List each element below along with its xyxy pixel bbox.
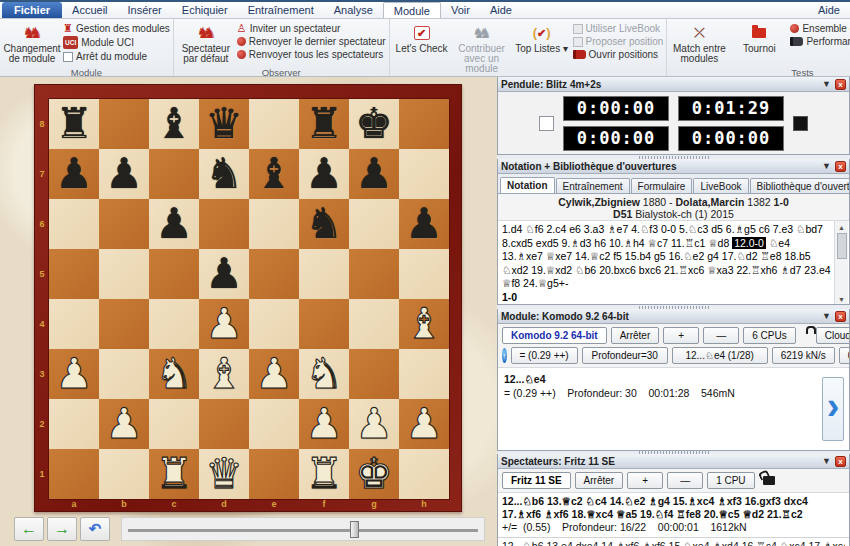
spectator-engine-name-button[interactable]: Fritz 11 SE bbox=[502, 472, 571, 489]
engine-panel-title: Module: Komodo 9.2 64-bit bbox=[501, 311, 629, 322]
black-rook-piece: ♜ bbox=[299, 99, 349, 149]
white-knight-piece: ♞ bbox=[149, 349, 199, 399]
lock-open-icon[interactable] bbox=[763, 476, 775, 485]
square-f1[interactable]: ♜ bbox=[299, 449, 349, 499]
white-rook-piece: ♜ bbox=[299, 449, 349, 499]
engine-name-button[interactable]: Komodo 9.2 64-bit bbox=[502, 327, 607, 344]
notation-panel-titlebar: Notation + Bibliothèque d'ouvertures ▼ x bbox=[498, 159, 849, 174]
notation-tabs: Notation Entraînement Formulaire LiveBoo… bbox=[498, 174, 849, 194]
clock-white-main: 0:00:00 bbox=[563, 96, 669, 121]
engine-remove-line-button[interactable]: — bbox=[703, 327, 739, 344]
square-g5[interactable] bbox=[349, 249, 399, 299]
engine-line-info: = (0.29 ++) Profondeur: 30 00:01:28 546m… bbox=[504, 386, 815, 400]
square-g2[interactable]: ♟ bbox=[349, 399, 399, 449]
test-set-item[interactable]: Ensemble de tests bbox=[790, 23, 850, 34]
engine-eval-button[interactable]: = (0.29 ++) bbox=[511, 347, 578, 364]
spectator-panel-close-icon[interactable]: x bbox=[835, 456, 846, 467]
square-d5[interactable]: ♟ bbox=[199, 249, 249, 299]
square-a4[interactable] bbox=[49, 299, 99, 349]
white-bishop-piece: ♝ bbox=[199, 349, 249, 399]
computer-perf-item[interactable]: Performances de l'ordinateur bbox=[790, 36, 850, 47]
engine-analysis-body: 12...♘e4 = (0.29 ++) Profondeur: 30 00:0… bbox=[498, 367, 849, 450]
white-pawn-piece: ♟ bbox=[349, 399, 399, 449]
clock-panel-title: Pendule: Blitz 4m+2s bbox=[501, 79, 601, 90]
notation-panel-menu-icon[interactable]: ▼ bbox=[818, 161, 835, 171]
white-queen-piece: ♛ bbox=[199, 449, 249, 499]
engine-cpus-button[interactable]: 6 CPUs bbox=[743, 327, 795, 344]
line-divider bbox=[498, 537, 849, 538]
stop-module-checkbox[interactable] bbox=[63, 52, 73, 62]
square-a3[interactable]: ♟ bbox=[49, 349, 99, 399]
slider-track[interactable] bbox=[128, 529, 478, 532]
engine-panel: Module: Komodo 9.2 64-bit ▼ x Komodo 9.2… bbox=[497, 309, 850, 451]
contribute-hand-icon: ♞♞ bbox=[473, 23, 486, 43]
engine-match-button[interactable]: ⤫ Match entre modules bbox=[670, 21, 728, 66]
black-side-indicator bbox=[793, 116, 808, 131]
stop-module-item[interactable]: Arrêt du module bbox=[63, 51, 170, 62]
square-a6[interactable] bbox=[49, 199, 99, 249]
spectator-line-1[interactable]: 12...♘b6 13.♕c2 ♘c4 14.♘e2 ♗g4 15.♗xc4 ♗… bbox=[502, 495, 845, 520]
white-pawn-piece: ♟ bbox=[299, 399, 349, 449]
square-c3[interactable]: ♞ bbox=[149, 349, 199, 399]
spectator-add-line-button[interactable]: + bbox=[627, 472, 663, 489]
square-h7[interactable] bbox=[399, 149, 449, 199]
propose-position-icon bbox=[573, 37, 583, 47]
manage-modules-item[interactable]: ♜ Gestion des modules bbox=[63, 23, 170, 34]
dark-book-icon bbox=[790, 37, 803, 46]
square-f8[interactable]: ♜ bbox=[299, 99, 349, 149]
square-f5[interactable] bbox=[299, 249, 349, 299]
crossed-swords-icon: ⤫ bbox=[694, 23, 704, 43]
square-h5[interactable] bbox=[399, 249, 449, 299]
tab-notation[interactable]: Notation bbox=[500, 177, 555, 193]
file-label-h: h bbox=[399, 497, 449, 511]
engine-toolbar-top: Komodo 9.2 64-bit Arrêter + — 6 CPUs Clo… bbox=[498, 324, 849, 347]
board-grid: ♜♝♛♜♚♟♟♞♝♟♟♟♞♟♟♟♝♟♞♝♟♞♟♟♟♟♜♛♜♚ bbox=[49, 99, 449, 499]
engine-best-line-move[interactable]: 12...♘e4 bbox=[504, 372, 815, 386]
square-e8[interactable] bbox=[249, 99, 299, 149]
use-livebook-item[interactable]: Utiliser LiveBook bbox=[573, 23, 664, 34]
white-knight-piece: ♞ bbox=[299, 349, 349, 399]
ribbon: ♞♞ Changement de module ♜ Gestion des mo… bbox=[0, 19, 850, 77]
square-b1[interactable] bbox=[99, 449, 149, 499]
contribute-button[interactable]: ♞♞ Contribuer avec un module bbox=[453, 21, 511, 76]
square-f2[interactable]: ♟ bbox=[299, 399, 349, 449]
chessbase-window: Fichier Accueil Insérer Echiquier Entraî… bbox=[0, 0, 850, 546]
invite-spectator-item[interactable]: ♙ Inviter un spectateur bbox=[237, 23, 386, 34]
current-move-highlight[interactable]: 12.0-0 bbox=[732, 237, 766, 249]
file-label-d: d bbox=[199, 497, 249, 511]
ribbon-group-observer: ♞♞ Spectateur par défaut ♙ Inviter un sp… bbox=[174, 19, 390, 76]
engine-panel-close-icon[interactable]: x bbox=[835, 311, 846, 322]
engine-current-move-button[interactable]: 12...♘e4 (1/28) bbox=[672, 347, 768, 364]
tab-inserer[interactable]: Insérer bbox=[118, 2, 172, 18]
engine-toolbar-info: ↑ = (0.29 ++) Profondeur=30 12...♘e4 (1/… bbox=[498, 347, 849, 367]
clock-panel-close-icon[interactable]: x bbox=[835, 79, 846, 90]
chess-board: ♜♝♛♜♚♟♟♞♝♟♟♟♞♟♟♟♝♟♞♝♟♞♟♟♟♟♜♛♜♚ 87654321a… bbox=[34, 84, 462, 512]
tab-entrainement[interactable]: Entraînement bbox=[238, 2, 324, 18]
rank-label-4: 4 bbox=[35, 299, 49, 349]
square-h6[interactable]: ♟ bbox=[399, 199, 449, 249]
square-c8[interactable]: ♝ bbox=[149, 99, 199, 149]
engine-depth-button[interactable]: Profondeur=30 bbox=[582, 347, 668, 364]
square-b7[interactable]: ♟ bbox=[99, 149, 149, 199]
tab-formulaire[interactable]: Formulaire bbox=[631, 178, 693, 193]
black-bishop-piece: ♝ bbox=[149, 99, 199, 149]
spectator-pieces-icon: ♞♞ bbox=[196, 23, 209, 43]
white-pawn-piece: ♟ bbox=[249, 349, 299, 399]
square-g7[interactable]: ♟ bbox=[349, 149, 399, 199]
square-c5[interactable] bbox=[149, 249, 199, 299]
change-module-button[interactable]: ♞♞ Changement de module bbox=[3, 21, 61, 66]
square-h2[interactable]: ♟ bbox=[399, 399, 449, 449]
uci-icon: UCI bbox=[63, 36, 78, 49]
square-h8[interactable] bbox=[399, 99, 449, 149]
file-label-f: f bbox=[299, 497, 349, 511]
square-b3[interactable] bbox=[99, 349, 149, 399]
spectator-analysis-body: 12...♘b6 13.♕c2 ♘c4 14.♘e2 ♗g4 15.♗xc4 ♗… bbox=[498, 492, 849, 546]
white-rook-piece: ♜ bbox=[149, 449, 199, 499]
engine-time-button[interactable]: 0:01:29 bbox=[839, 347, 850, 364]
spectator-panel: Spectateurs: Fritz 11 SE ▼ x Fritz 11 SE… bbox=[497, 454, 850, 546]
top-lists-button[interactable]: (✔) Top Listes ▾ bbox=[513, 21, 571, 56]
square-g3[interactable] bbox=[349, 349, 399, 399]
ribbon-group-letscheck: ✔ Let's Check ♞♞ Contribuer avec un modu… bbox=[390, 19, 668, 76]
tab-analyse[interactable]: Analyse bbox=[324, 2, 383, 18]
square-b2[interactable]: ♟ bbox=[99, 399, 149, 449]
square-f6[interactable]: ♞ bbox=[299, 199, 349, 249]
open-positions-item[interactable]: Ouvrir positions bbox=[573, 49, 664, 60]
square-e4[interactable] bbox=[249, 299, 299, 349]
spectator-remove-line-button[interactable]: — bbox=[667, 472, 703, 489]
white-pawn-piece: ♟ bbox=[49, 349, 99, 399]
square-b8[interactable] bbox=[99, 99, 149, 149]
board-area: ♜♝♛♜♚♟♟♞♝♟♟♟♞♟♟♟♝♟♞♝♟♞♟♟♟♟♜♛♜♚ 87654321a… bbox=[0, 77, 497, 546]
game-result: 1-0 bbox=[502, 291, 831, 305]
move-navigation: ← → ↶ bbox=[14, 515, 485, 543]
square-h4[interactable]: ♝ bbox=[399, 299, 449, 349]
notation-panel: Notation + Bibliothèque d'ouvertures ▼ x… bbox=[497, 159, 850, 305]
tab-aide[interactable]: Aide bbox=[480, 2, 522, 18]
spectator-line-2[interactable]: 12...♘b6 13.e4 dxe4 14.♗xf6 ♗xf6 15.♘xe4… bbox=[502, 540, 845, 546]
file-label-e: e bbox=[249, 497, 299, 511]
scroll-thumb[interactable] bbox=[837, 233, 847, 259]
kick-last-icon bbox=[237, 37, 246, 46]
file-label-c: c bbox=[149, 497, 199, 511]
tab-module[interactable]: Module bbox=[383, 2, 441, 18]
red-book-icon bbox=[573, 50, 586, 59]
black-pawn-piece: ♟ bbox=[399, 199, 449, 249]
engine-panel-titlebar: Module: Komodo 9.2 64-bit ▼ x bbox=[498, 309, 849, 324]
previous-move-button[interactable]: ← bbox=[14, 517, 44, 541]
test-set-icon bbox=[790, 24, 799, 33]
refresh-arrow-icon[interactable]: ↑ bbox=[502, 348, 507, 363]
spectator-panel-titlebar: Spectateurs: Fritz 11 SE ▼ x bbox=[498, 454, 849, 469]
propose-position-item[interactable]: Proposer position bbox=[573, 36, 664, 47]
spectator-panel-title: Spectateurs: Fritz 11 SE bbox=[501, 456, 615, 467]
square-a1[interactable] bbox=[49, 449, 99, 499]
clock-panel-titlebar: Pendule: Blitz 4m+2s ▼ x bbox=[498, 77, 849, 92]
square-f3[interactable]: ♞ bbox=[299, 349, 349, 399]
white-pawn-piece: ♟ bbox=[199, 299, 249, 349]
white-pawn-piece: ♟ bbox=[99, 399, 149, 449]
rank-label-3: 3 bbox=[35, 349, 49, 399]
takeback-button[interactable]: ↶ bbox=[80, 517, 110, 541]
white-king-piece: ♚ bbox=[349, 449, 399, 499]
square-d6[interactable] bbox=[199, 199, 249, 249]
module-flag-icon: ♜ bbox=[63, 23, 73, 34]
clock-body: 0:00:00 0:00:00 0:01:29 0:00:00 bbox=[498, 92, 849, 154]
spectator-stop-button[interactable]: Arrêter bbox=[575, 472, 624, 489]
square-e6[interactable] bbox=[249, 199, 299, 249]
engine-cloud-button[interactable]: Cloud bbox=[816, 327, 850, 344]
livebook-checkbox bbox=[573, 24, 583, 34]
square-a2[interactable] bbox=[49, 399, 99, 449]
square-g1[interactable]: ♚ bbox=[349, 449, 399, 499]
black-king-piece: ♚ bbox=[349, 99, 399, 149]
file-label-g: g bbox=[349, 497, 399, 511]
square-e3[interactable]: ♟ bbox=[249, 349, 299, 399]
red-check-icon: ✔ bbox=[414, 26, 430, 40]
square-c4[interactable] bbox=[149, 299, 199, 349]
red-folder-icon bbox=[752, 28, 766, 38]
square-d2[interactable] bbox=[199, 399, 249, 449]
square-h1[interactable] bbox=[399, 449, 449, 499]
tab-fichier[interactable]: Fichier bbox=[2, 2, 62, 18]
ribbon-group-module: ♞♞ Changement de module ♜ Gestion des mo… bbox=[0, 19, 174, 76]
rank-label-2: 2 bbox=[35, 399, 49, 449]
engine-add-line-button[interactable]: + bbox=[663, 327, 699, 344]
square-a7[interactable]: ♟ bbox=[49, 149, 99, 199]
engine-speed-button[interactable]: 6219 kN/s bbox=[772, 347, 835, 364]
tab-openings-library[interactable]: Bibliothèque d'ouvertures bbox=[750, 178, 850, 193]
rank-label-8: 8 bbox=[35, 99, 49, 149]
black-pawn-piece: ♟ bbox=[99, 149, 149, 199]
square-e1[interactable] bbox=[249, 449, 299, 499]
laurel-check-icon: (✔) bbox=[533, 23, 551, 43]
clock-black-main: 0:01:29 bbox=[678, 96, 784, 121]
black-knight-piece: ♞ bbox=[299, 199, 349, 249]
white-bishop-piece: ♝ bbox=[399, 299, 449, 349]
square-d7[interactable]: ♞ bbox=[199, 149, 249, 199]
uci-module-item[interactable]: UCI Module UCI bbox=[63, 36, 170, 49]
scroll-down-icon[interactable]: ▼ bbox=[838, 293, 845, 306]
square-f4[interactable] bbox=[299, 299, 349, 349]
tab-voir[interactable]: Voir bbox=[441, 2, 480, 18]
engine-stop-button[interactable]: Arrêter bbox=[611, 327, 660, 344]
tab-training[interactable]: Entraînement bbox=[556, 178, 630, 193]
engine-panel-menu-icon[interactable]: ▼ bbox=[818, 311, 835, 321]
notation-panel-close-icon[interactable]: x bbox=[835, 161, 846, 172]
square-d4[interactable]: ♟ bbox=[199, 299, 249, 349]
square-c6[interactable]: ♟ bbox=[149, 199, 199, 249]
square-b5[interactable] bbox=[99, 249, 149, 299]
rank-label-6: 6 bbox=[35, 199, 49, 249]
default-spectator-button[interactable]: ♞♞ Spectateur par défaut bbox=[177, 21, 235, 66]
square-c1[interactable]: ♜ bbox=[149, 449, 199, 499]
expand-lines-chevron[interactable]: › bbox=[822, 377, 844, 441]
spectator-line-info: +/= (0.55) Profondeur: 16/22 00:00:01 16… bbox=[502, 520, 845, 536]
lets-check-button[interactable]: ✔ Let's Check bbox=[393, 21, 451, 56]
black-pawn-piece: ♟ bbox=[349, 149, 399, 199]
right-panel-column: Pendule: Blitz 4m+2s ▼ x 0:00:00 0:00:00… bbox=[497, 77, 850, 546]
notation-scrollbar[interactable]: ▲ ▼ bbox=[834, 221, 848, 305]
event-line: D51 Bialystok-ch (1) 2015 bbox=[498, 208, 849, 220]
tournament-button[interactable]: Tournoi bbox=[730, 21, 788, 56]
tab-echiquier[interactable]: Echiquier bbox=[172, 2, 238, 18]
rank-label-7: 7 bbox=[35, 149, 49, 199]
square-c7[interactable] bbox=[149, 149, 199, 199]
black-knight-piece: ♞ bbox=[199, 149, 249, 199]
square-g6[interactable] bbox=[349, 199, 399, 249]
black-pawn-piece: ♟ bbox=[149, 199, 199, 249]
square-d1[interactable]: ♛ bbox=[199, 449, 249, 499]
square-e7[interactable]: ♝ bbox=[249, 149, 299, 199]
kick-last-spectator-item[interactable]: Renvoyer le dernier spectateur bbox=[237, 36, 386, 47]
spectator-panel-menu-icon[interactable]: ▼ bbox=[818, 456, 835, 466]
help-menu[interactable]: Aide bbox=[808, 2, 850, 18]
next-move-button[interactable]: → bbox=[47, 517, 77, 541]
square-b4[interactable] bbox=[99, 299, 149, 349]
black-pawn-piece: ♟ bbox=[49, 149, 99, 199]
ribbon-tab-strip: Fichier Accueil Insérer Echiquier Entraî… bbox=[0, 2, 850, 19]
players-line: Cylwik,Zbigniew 1880 - Dolata,Marcin 138… bbox=[498, 196, 849, 208]
square-e2[interactable] bbox=[249, 399, 299, 449]
file-label-a: a bbox=[49, 497, 99, 511]
black-queen-piece: ♛ bbox=[199, 99, 249, 149]
clock-panel-menu-icon[interactable]: ▼ bbox=[818, 79, 835, 89]
file-label-b: b bbox=[99, 497, 149, 511]
rank-label-5: 5 bbox=[35, 249, 49, 299]
ribbon-group-tests: ⤫ Match entre modules Tournoi Ensemble d… bbox=[667, 19, 850, 76]
kick-all-spectators-item[interactable]: Renvoyer tous les spectateurs bbox=[237, 49, 386, 60]
black-rook-piece: ♜ bbox=[49, 99, 99, 149]
notation-panel-title: Notation + Bibliothèque d'ouvertures bbox=[501, 161, 676, 172]
black-pawn-piece: ♟ bbox=[299, 149, 349, 199]
clock-panel: Pendule: Blitz 4m+2s ▼ x 0:00:00 0:00:00… bbox=[497, 77, 850, 155]
rank-label-1: 1 bbox=[35, 449, 49, 499]
square-f7[interactable]: ♟ bbox=[299, 149, 349, 199]
spectator-toolbar: Fritz 11 SE Arrêter + — 1 CPU bbox=[498, 469, 849, 492]
game-header: Cylwik,Zbigniew 1880 - Dolata,Marcin 138… bbox=[498, 194, 849, 221]
white-side-checkbox[interactable] bbox=[539, 116, 554, 131]
square-a8[interactable]: ♜ bbox=[49, 99, 99, 149]
square-c2[interactable] bbox=[149, 399, 199, 449]
black-pawn-piece: ♟ bbox=[199, 249, 249, 299]
black-bishop-piece: ♝ bbox=[249, 149, 299, 199]
square-d8[interactable]: ♛ bbox=[199, 99, 249, 149]
tab-accueil[interactable]: Accueil bbox=[62, 2, 117, 18]
kick-all-icon bbox=[237, 50, 246, 59]
crossed-pieces-icon: ♞♞ bbox=[23, 23, 36, 43]
invite-person-icon: ♙ bbox=[237, 23, 247, 34]
spectator-cpus-button[interactable]: 1 CPU bbox=[707, 472, 754, 489]
square-g4[interactable] bbox=[349, 299, 399, 349]
game-position-slider[interactable] bbox=[121, 517, 485, 541]
square-e5[interactable] bbox=[249, 249, 299, 299]
square-d3[interactable]: ♝ bbox=[199, 349, 249, 399]
move-list[interactable]: 1.d4 ♘f6 2.c4 e6 3.a3 ♗e7 4.♘f3 0-0 5.♘c… bbox=[498, 221, 849, 305]
tab-livebook[interactable]: LiveBook bbox=[693, 178, 748, 193]
white-pawn-piece: ♟ bbox=[399, 399, 449, 449]
square-g8[interactable]: ♚ bbox=[349, 99, 399, 149]
slider-thumb[interactable] bbox=[350, 521, 359, 538]
square-b6[interactable] bbox=[99, 199, 149, 249]
square-h3[interactable] bbox=[399, 349, 449, 399]
clock-black-secondary: 0:00:00 bbox=[678, 126, 784, 151]
clock-white-secondary: 0:00:00 bbox=[563, 126, 669, 151]
square-a5[interactable] bbox=[49, 249, 99, 299]
